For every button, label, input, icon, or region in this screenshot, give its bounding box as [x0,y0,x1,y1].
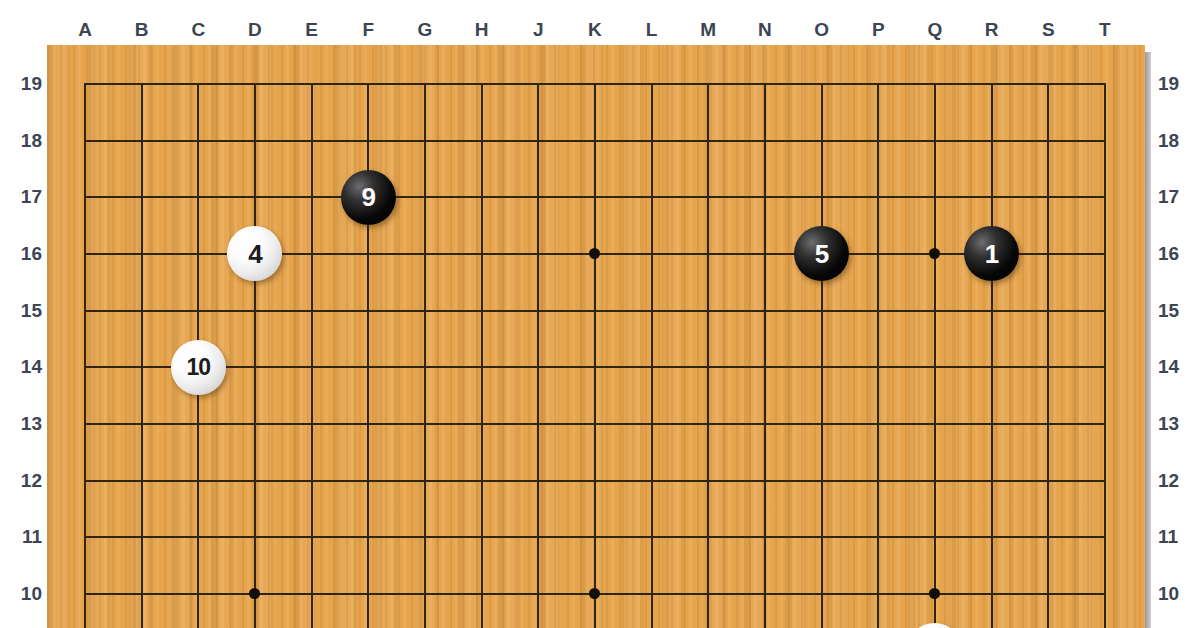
column-label-B: B [127,20,157,40]
grid-line-col-G [424,83,426,628]
grid-line-row-17 [84,196,1106,198]
grid-line-row-13 [84,423,1106,425]
column-label-G: G [410,20,440,40]
row-label-right-14: 14 [1158,357,1194,377]
grid-line-col-L [651,83,653,628]
grid-line-col-Q [934,83,936,628]
star-point-D10 [249,588,260,599]
star-point-K16 [589,248,600,259]
grid-line-col-S [1047,83,1049,628]
column-label-T: T [1090,20,1120,40]
grid-line-col-R [991,83,993,628]
stone-move-number: 9 [362,184,375,210]
column-label-O: O [807,20,837,40]
stone-move-number: 5 [815,241,828,267]
row-label-right-10: 10 [1158,584,1194,604]
stone-move-number: 1 [985,241,998,267]
column-label-R: R [977,20,1007,40]
grid-line-row-11 [84,536,1106,538]
grid-line-col-E [311,83,313,628]
stone-black-move-1[interactable]: 1 [964,226,1019,281]
row-label-right-15: 15 [1158,301,1194,321]
grid-line-col-J [537,83,539,628]
column-label-M: M [693,20,723,40]
row-label-right-17: 17 [1158,187,1194,207]
column-label-F: F [353,20,383,40]
row-label-left-12: 12 [6,471,42,491]
row-label-left-13: 13 [6,414,42,434]
grid-line-row-12 [84,480,1106,482]
stone-white-move-10[interactable]: 10 [171,340,226,395]
stone-move-number: 10 [187,356,211,379]
row-label-right-19: 19 [1158,74,1194,94]
grid-line-row-19 [84,83,1106,85]
row-label-right-12: 12 [1158,471,1194,491]
grid-line-col-D [254,83,256,628]
grid-line-col-F [367,83,369,628]
stone-black-move-9[interactable]: 9 [341,170,396,225]
grid-line-col-A [84,83,86,628]
column-label-L: L [637,20,667,40]
grid-line-col-T [1104,83,1106,628]
row-label-left-16: 16 [6,244,42,264]
star-point-Q16 [929,248,940,259]
grid-line-col-K [594,83,596,628]
stone-white-move-4[interactable]: 4 [227,226,282,281]
row-label-right-13: 13 [1158,414,1194,434]
grid-line-col-B [141,83,143,628]
stone-white-Q9[interactable] [907,623,962,628]
column-label-E: E [297,20,327,40]
column-label-N: N [750,20,780,40]
row-label-left-15: 15 [6,301,42,321]
column-label-K: K [580,20,610,40]
star-point-K10 [589,588,600,599]
column-label-C: C [183,20,213,40]
stone-black-move-5[interactable]: 5 [794,226,849,281]
grid-line-col-H [481,83,483,628]
grid-line-row-18 [84,140,1106,142]
column-label-Q: Q [920,20,950,40]
row-label-left-11: 11 [6,527,42,547]
column-label-S: S [1033,20,1063,40]
row-label-right-11: 11 [1158,527,1194,547]
row-label-left-18: 18 [6,131,42,151]
column-label-D: D [240,20,270,40]
star-point-Q10 [929,588,940,599]
go-board[interactable]: 145910 [47,45,1145,628]
row-label-right-18: 18 [1158,131,1194,151]
grid-line-col-N [764,83,766,628]
row-label-left-10: 10 [6,584,42,604]
grid-line-row-14 [84,366,1106,368]
row-label-right-16: 16 [1158,244,1194,264]
column-label-H: H [467,20,497,40]
grid-line-col-P [877,83,879,628]
board-drop-shadow [1145,52,1151,628]
stone-move-number: 4 [248,241,261,267]
column-label-A: A [70,20,100,40]
column-label-P: P [863,20,893,40]
column-label-J: J [523,20,553,40]
row-label-left-19: 19 [6,74,42,94]
grid-line-row-15 [84,310,1106,312]
grid-line-col-O [821,83,823,628]
grid-line-col-M [707,83,709,628]
row-label-left-14: 14 [6,357,42,377]
go-diagram: 145910 ABCDEFGHJKLMNOPQRST19191818171716… [0,0,1200,628]
row-label-left-17: 17 [6,187,42,207]
